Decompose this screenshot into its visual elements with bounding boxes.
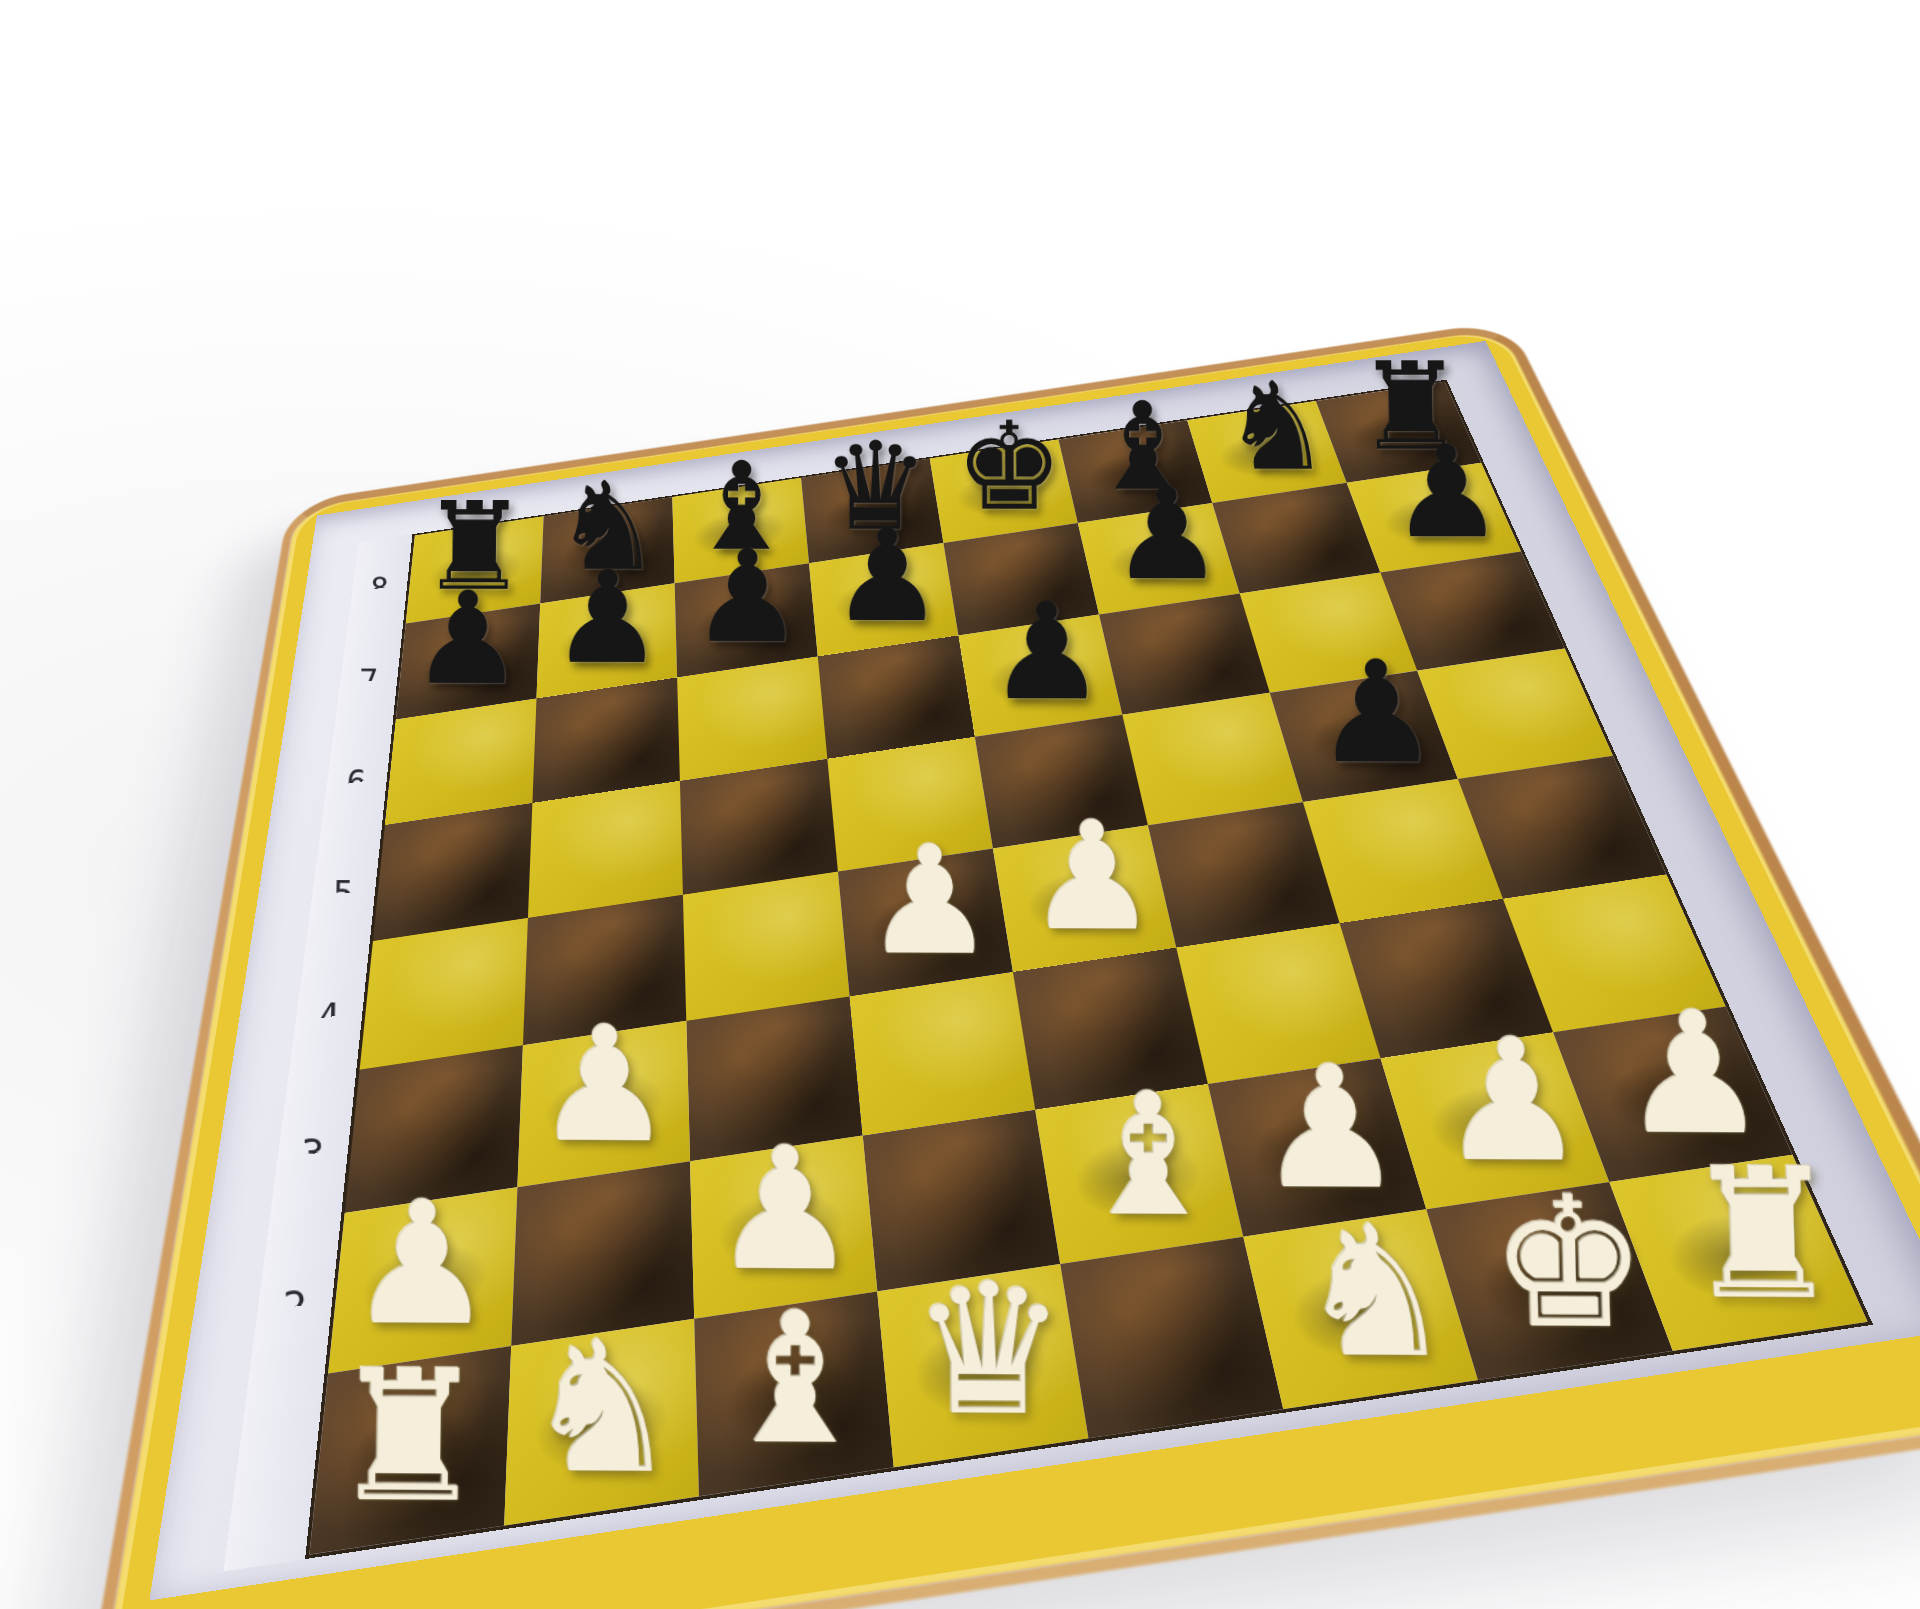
tin-tray: 8765432 ♜♞♝♛♚♝♞♜♟♟♟♟♟♟♟♟♟♟♟♟♟♝♟♟♟♜♞♝♛♞♚♜ [98,327,1920,1609]
black-pawn-icon: ♟ [1313,641,1440,783]
rank-label-2: 2 [282,1281,308,1332]
board-scene: 8765432 ♜♞♝♛♚♝♞♜♟♟♟♟♟♟♟♟♟♟♟♟♟♝♟♟♟♜♞♝♛♞♚♜ [98,327,1920,1609]
white-queen-icon: ♛ [911,1259,1068,1441]
black-knight-icon: ♞ [1222,366,1332,488]
square-f6[interactable] [1099,593,1270,714]
square-a1[interactable]: ♜ [309,1346,511,1554]
white-bishop-icon: ♝ [1075,1070,1224,1240]
rank-label-4: 4 [317,994,340,1039]
rank-cell-8: 8 [347,534,412,630]
rank-cell-5: 5 [305,823,382,949]
black-king-icon: ♚ [955,405,1064,527]
square-e2[interactable]: ♝ [1035,1084,1243,1264]
rank-cell-6: 6 [320,718,393,832]
board-grid: ♜♞♝♛♚♝♞♜♟♟♟♟♟♟♟♟♟♟♟♟♟♝♟♟♟♜♞♝♛♞♚♜ [305,380,1873,1559]
square-a4[interactable] [360,918,528,1070]
white-knight-icon: ♞ [523,1316,681,1498]
black-pawn-icon: ♟ [831,512,944,640]
rank-label-3: 3 [301,1130,325,1178]
square-d1[interactable]: ♛ [877,1264,1088,1467]
tin-inner-wall: 8765432 ♜♞♝♛♚♝♞♜♟♟♟♟♟♟♟♟♟♟♟♟♟♝♟♟♟♜♞♝♛♞♚♜ [149,341,1920,1601]
square-e6[interactable]: ♟ [958,614,1122,736]
white-pawn-icon: ♟ [864,825,996,975]
white-pawn-icon: ♟ [534,1005,674,1165]
square-e1[interactable] [1060,1237,1283,1438]
white-king-icon: ♚ [1489,1172,1650,1353]
white-rook-icon: ♜ [1682,1143,1844,1324]
rank-label-7: 7 [359,662,379,700]
white-pawn-icon: ♟ [1026,801,1159,951]
white-knight-icon: ♞ [1296,1201,1456,1383]
square-c6[interactable] [677,656,827,780]
square-d6[interactable] [818,635,975,758]
square-a6[interactable] [385,699,537,825]
square-a5[interactable] [373,803,532,941]
square-c1[interactable]: ♝ [694,1291,893,1496]
white-pawn-icon: ♟ [347,1178,496,1349]
square-g5[interactable]: ♟ [1270,671,1458,802]
square-f1[interactable]: ♞ [1243,1209,1478,1409]
square-d4[interactable]: ♟ [838,848,1013,996]
black-pawn-icon: ♟ [550,553,664,681]
rank-cell-2: 2 [248,1210,341,1382]
white-bishop-icon: ♝ [717,1287,874,1469]
rank-label-5: 5 [333,872,355,914]
chess-board: 8765432 ♜♞♝♛♚♝♞♜♟♟♟♟♟♟♟♟♟♟♟♟♟♝♟♟♟♜♞♝♛♞♚♜ [223,380,1873,1572]
black-pawn-icon: ♟ [690,532,804,660]
white-pawn-icon: ♟ [711,1124,858,1294]
square-e4[interactable]: ♟ [993,825,1176,972]
square-c4[interactable] [683,872,850,1021]
white-rook-icon: ♜ [330,1345,489,1528]
square-b1[interactable]: ♞ [504,1319,699,1526]
rank-label-8: 8 [370,570,389,607]
photo-stage: 8765432 ♜♞♝♛♚♝♞♜♟♟♟♟♟♟♟♟♟♟♟♟♟♝♟♟♟♜♞♝♛♞♚♜ [0,0,1920,1609]
square-g4[interactable] [1303,779,1503,923]
black-pawn-icon: ♟ [1110,470,1225,598]
square-b7[interactable]: ♟ [536,583,677,698]
black-pawn-icon: ♟ [1389,428,1505,556]
square-b3[interactable]: ♟ [517,1021,690,1187]
square-f4[interactable] [1148,802,1340,948]
black-pawn-icon: ♟ [410,574,525,702]
square-d3[interactable] [850,972,1036,1136]
rank-label-6: 6 [346,762,367,802]
black-pawn-icon: ♟ [987,584,1106,719]
